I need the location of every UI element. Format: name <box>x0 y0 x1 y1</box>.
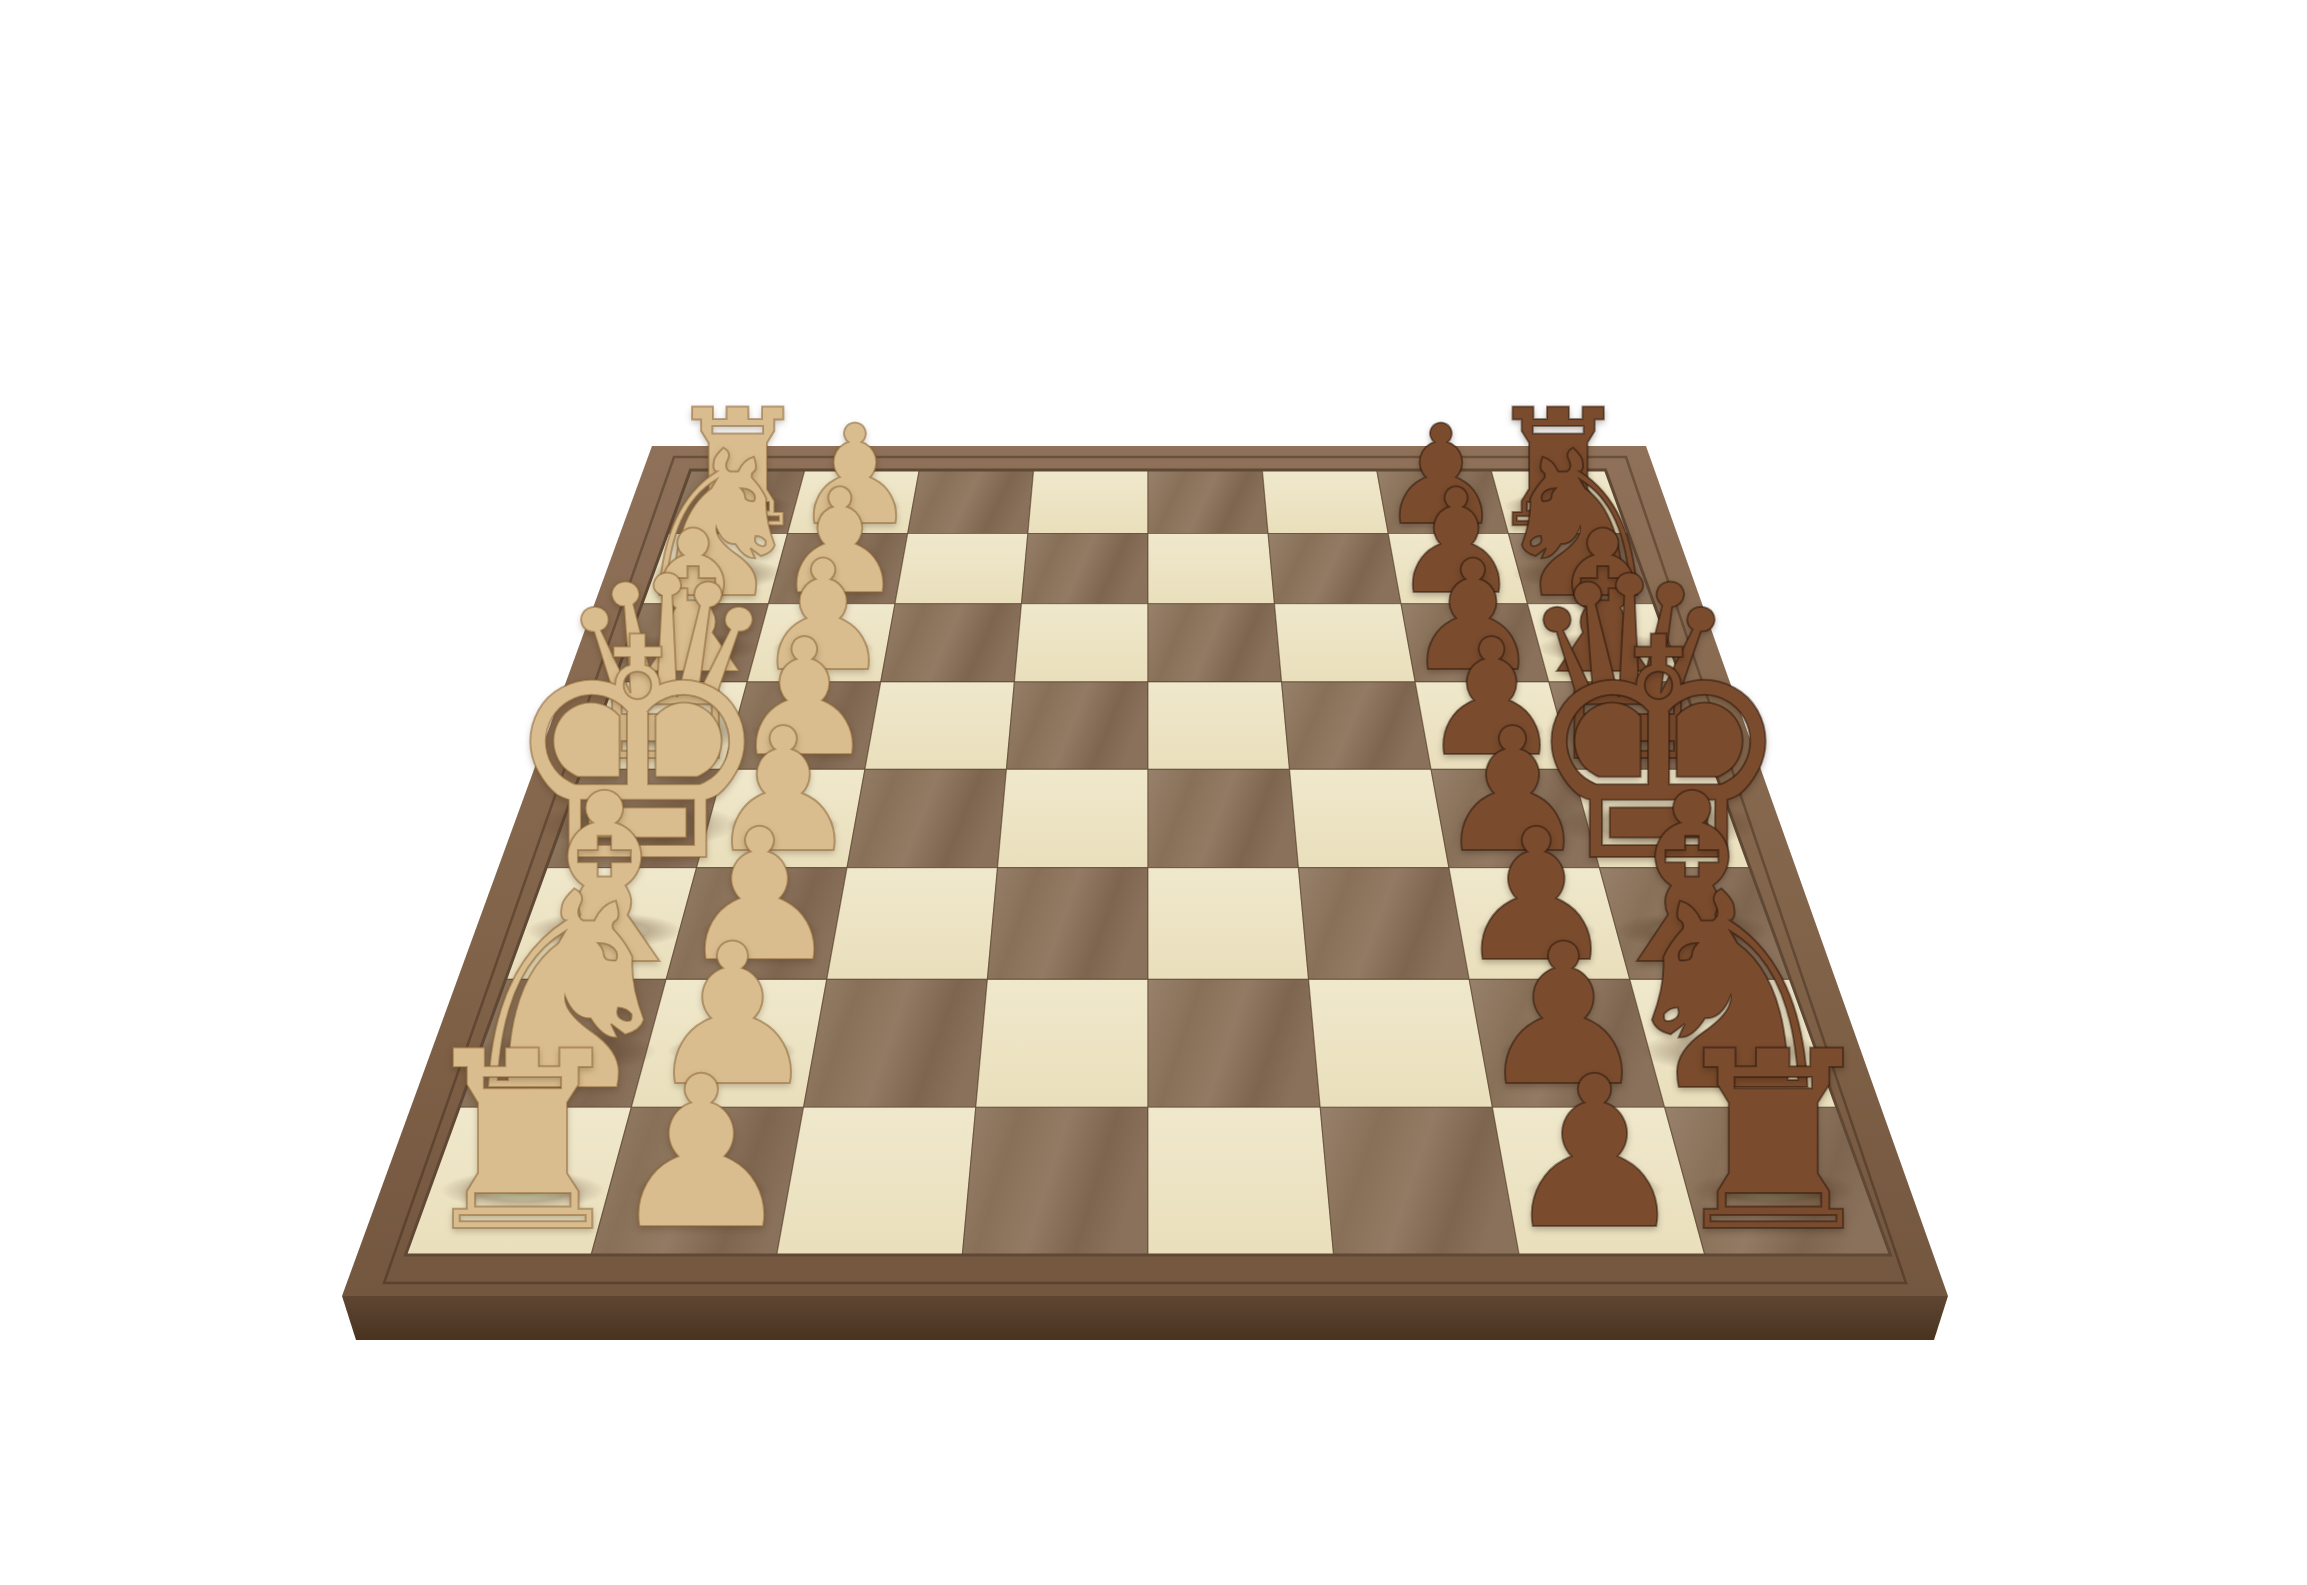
square-c4[interactable] <box>1014 604 1148 682</box>
square-g4[interactable] <box>976 979 1148 1107</box>
square-a4[interactable] <box>1028 470 1148 534</box>
board-side-edge <box>342 1296 1948 1340</box>
square-g5[interactable] <box>1148 979 1320 1107</box>
square-b5[interactable] <box>1148 534 1275 604</box>
piece-white-rook-h1[interactable]: ♜ <box>412 1019 634 1266</box>
square-h4[interactable] <box>962 1107 1148 1255</box>
square-h3[interactable] <box>777 1107 976 1255</box>
square-f4[interactable] <box>987 868 1148 980</box>
square-c5[interactable] <box>1148 604 1282 682</box>
square-h6[interactable] <box>1320 1107 1519 1255</box>
square-d5[interactable] <box>1148 682 1290 769</box>
square-a5[interactable] <box>1148 470 1268 534</box>
square-f5[interactable] <box>1148 868 1309 980</box>
product-photo-scene: ♜♞♝♛♚♝♞♜♟♟♟♟♟♟♟♟♟♟♟♟♟♟♟♟♜♞♝♛♚♝♞♜ <box>0 0 2307 1585</box>
piece-white-pawn-h2[interactable]: ♟ <box>607 1049 795 1259</box>
square-a3[interactable] <box>908 470 1034 534</box>
square-b4[interactable] <box>1021 534 1148 604</box>
square-h5[interactable] <box>1148 1107 1334 1255</box>
square-e4[interactable] <box>998 769 1148 867</box>
piece-black-rook-h8[interactable]: ♜ <box>1662 1019 1884 1266</box>
square-d4[interactable] <box>1006 682 1148 769</box>
chess-board <box>0 0 2307 1585</box>
piece-black-pawn-h7[interactable]: ♟ <box>1501 1049 1689 1259</box>
square-e5[interactable] <box>1148 769 1298 867</box>
square-a6[interactable] <box>1262 470 1388 534</box>
